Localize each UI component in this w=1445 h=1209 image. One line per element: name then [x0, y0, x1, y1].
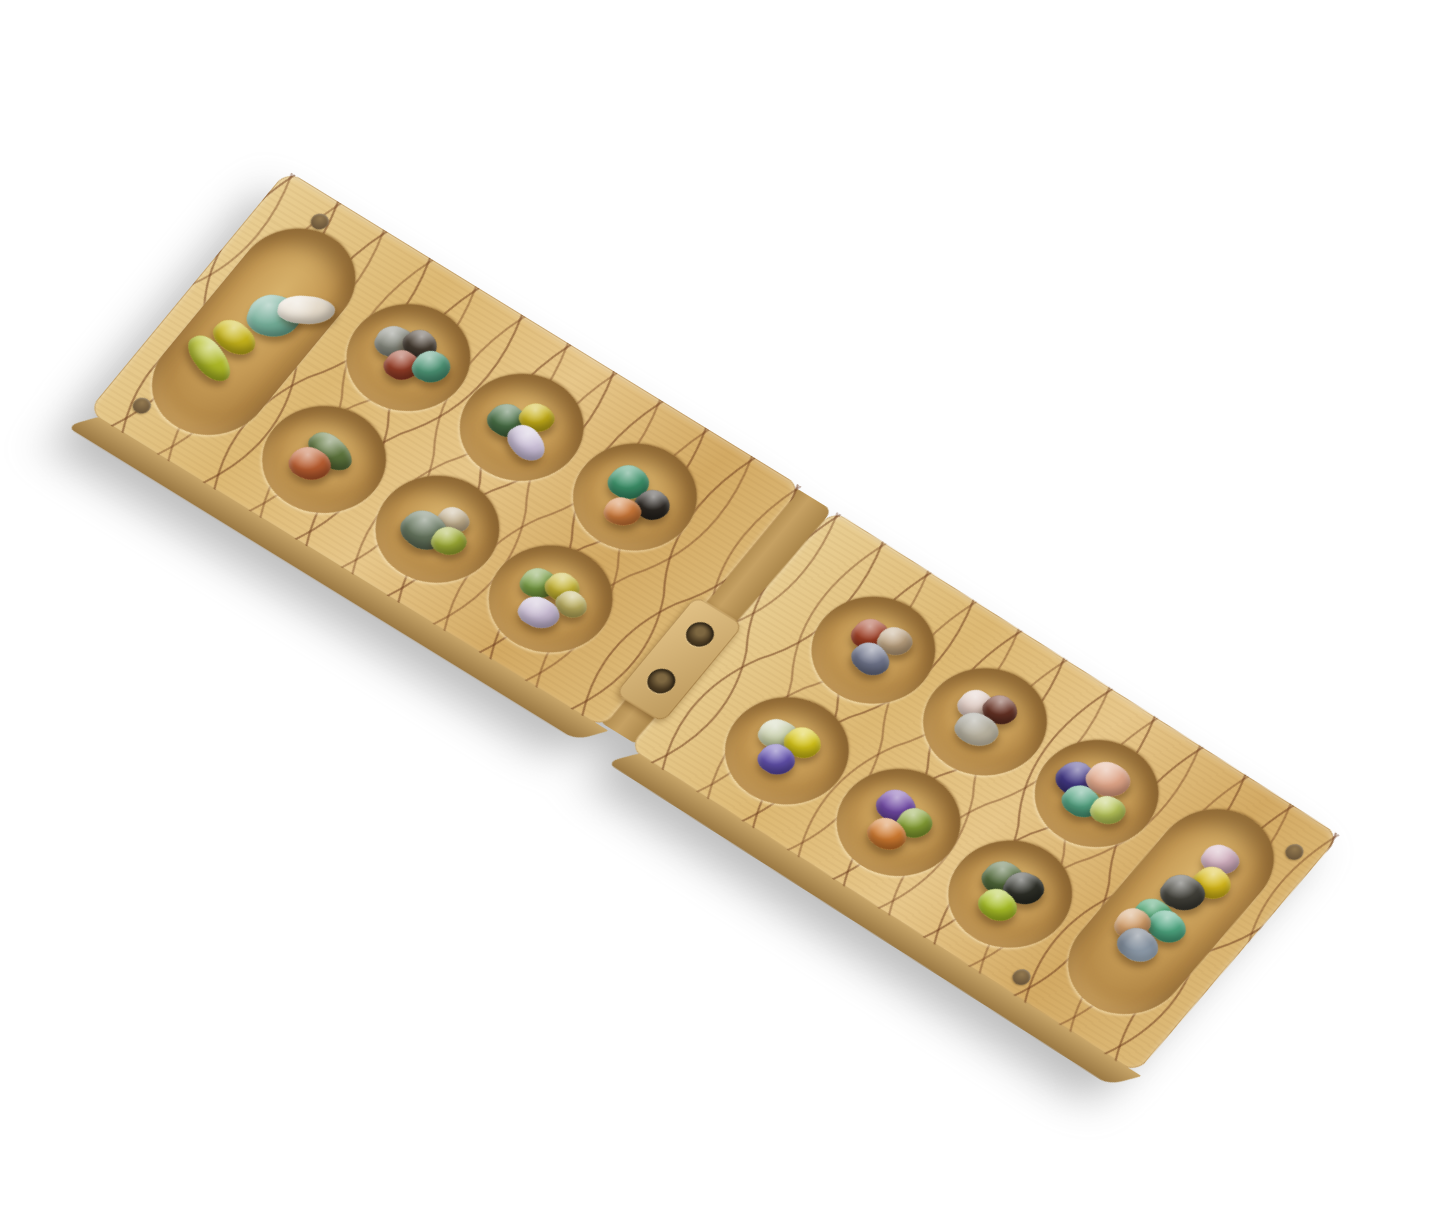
hinge-pin-hole	[642, 664, 681, 698]
hinge-pin-hole	[680, 617, 719, 651]
mancala-board	[88, 170, 1348, 1064]
photo-background	[0, 0, 1445, 1209]
